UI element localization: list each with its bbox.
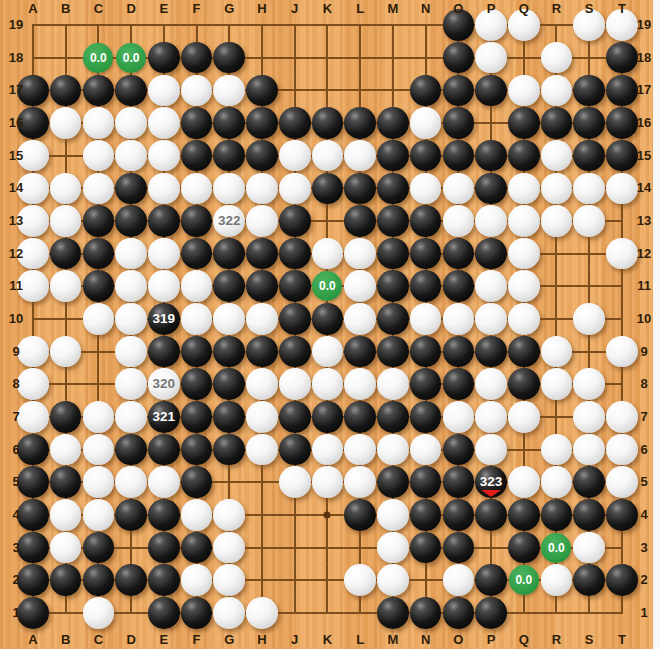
- board-point-C12[interactable]: [82, 237, 115, 270]
- board-point-K1[interactable]: [311, 597, 344, 630]
- board-point-O6[interactable]: [442, 433, 475, 466]
- board-point-G16[interactable]: [213, 107, 246, 140]
- board-point-J9[interactable]: [278, 335, 311, 368]
- board-point-F10[interactable]: [180, 303, 213, 336]
- board-point-O13[interactable]: [442, 205, 475, 238]
- board-point-L10[interactable]: [344, 303, 377, 336]
- board-point-E4[interactable]: [147, 499, 180, 532]
- board-point-F18[interactable]: [180, 41, 213, 74]
- board-point-P4[interactable]: [475, 499, 508, 532]
- board-point-K6[interactable]: [311, 433, 344, 466]
- board-point-P14[interactable]: [475, 172, 508, 205]
- board-point-L13[interactable]: [344, 205, 377, 238]
- board-point-S18[interactable]: [573, 41, 606, 74]
- board-point-B11[interactable]: [49, 270, 82, 303]
- board-point-J10[interactable]: [278, 303, 311, 336]
- board-point-F13[interactable]: [180, 205, 213, 238]
- board-point-F2[interactable]: [180, 564, 213, 597]
- board-point-L4[interactable]: [344, 499, 377, 532]
- board-point-D12[interactable]: [115, 237, 148, 270]
- board-point-L3[interactable]: [344, 531, 377, 564]
- board-point-M16[interactable]: [377, 107, 410, 140]
- board-point-M5[interactable]: [377, 466, 410, 499]
- board-point-K4[interactable]: [311, 499, 344, 532]
- board-point-N5[interactable]: [409, 466, 442, 499]
- board-point-Q18[interactable]: [507, 41, 540, 74]
- board-point-E11[interactable]: [147, 270, 180, 303]
- board-point-Q10[interactable]: [507, 303, 540, 336]
- board-point-G11[interactable]: [213, 270, 246, 303]
- board-point-R15[interactable]: [540, 139, 573, 172]
- board-point-R17[interactable]: [540, 74, 573, 107]
- board-point-G7[interactable]: [213, 401, 246, 434]
- board-point-K13[interactable]: [311, 205, 344, 238]
- board-point-L18[interactable]: [344, 41, 377, 74]
- board-point-D17[interactable]: [115, 74, 148, 107]
- board-point-G18[interactable]: [213, 41, 246, 74]
- board-point-G8[interactable]: [213, 368, 246, 401]
- board-point-G10[interactable]: [213, 303, 246, 336]
- board-point-E14[interactable]: [147, 172, 180, 205]
- board-point-E7[interactable]: 321: [147, 401, 180, 434]
- board-point-Q1[interactable]: [507, 597, 540, 630]
- board-point-H18[interactable]: [246, 41, 279, 74]
- board-point-C5[interactable]: [82, 466, 115, 499]
- board-point-L14[interactable]: [344, 172, 377, 205]
- board-point-O4[interactable]: [442, 499, 475, 532]
- board-point-O15[interactable]: [442, 139, 475, 172]
- board-point-L8[interactable]: [344, 368, 377, 401]
- board-point-L2[interactable]: [344, 564, 377, 597]
- board-point-R16[interactable]: [540, 107, 573, 140]
- board-point-G6[interactable]: [213, 433, 246, 466]
- board-point-O12[interactable]: [442, 237, 475, 270]
- board-point-P11[interactable]: [475, 270, 508, 303]
- board-point-E10[interactable]: 319: [147, 303, 180, 336]
- board-point-R8[interactable]: [540, 368, 573, 401]
- board-point-N10[interactable]: [409, 303, 442, 336]
- board-point-M10[interactable]: [377, 303, 410, 336]
- board-point-S2[interactable]: [573, 564, 606, 597]
- board-point-K17[interactable]: [311, 74, 344, 107]
- board-point-F7[interactable]: [180, 401, 213, 434]
- board-point-M14[interactable]: [377, 172, 410, 205]
- board-point-F17[interactable]: [180, 74, 213, 107]
- board-point-J15[interactable]: [278, 139, 311, 172]
- board-point-P15[interactable]: [475, 139, 508, 172]
- board-point-G2[interactable]: [213, 564, 246, 597]
- board-point-K9[interactable]: [311, 335, 344, 368]
- board-point-H15[interactable]: [246, 139, 279, 172]
- board-point-N7[interactable]: [409, 401, 442, 434]
- board-point-Q6[interactable]: [507, 433, 540, 466]
- board-point-C4[interactable]: [82, 499, 115, 532]
- board-point-E8[interactable]: 320: [147, 368, 180, 401]
- board-point-B17[interactable]: [49, 74, 82, 107]
- board-point-Q17[interactable]: [507, 74, 540, 107]
- board-point-H3[interactable]: [246, 531, 279, 564]
- board-point-M15[interactable]: [377, 139, 410, 172]
- board-point-H9[interactable]: [246, 335, 279, 368]
- board-point-E12[interactable]: [147, 237, 180, 270]
- board-point-M9[interactable]: [377, 335, 410, 368]
- board-point-O9[interactable]: [442, 335, 475, 368]
- board-point-B10[interactable]: [49, 303, 82, 336]
- board-point-N9[interactable]: [409, 335, 442, 368]
- board-point-H16[interactable]: [246, 107, 279, 140]
- board-point-L15[interactable]: [344, 139, 377, 172]
- board-point-F3[interactable]: [180, 531, 213, 564]
- board-point-Q7[interactable]: [507, 401, 540, 434]
- board-point-H11[interactable]: [246, 270, 279, 303]
- board-point-M8[interactable]: [377, 368, 410, 401]
- board-point-S8[interactable]: [573, 368, 606, 401]
- board-point-J3[interactable]: [278, 531, 311, 564]
- board-point-D4[interactable]: [115, 499, 148, 532]
- board-point-R2[interactable]: [540, 564, 573, 597]
- board-point-J11[interactable]: [278, 270, 311, 303]
- board-point-M18[interactable]: [377, 41, 410, 74]
- board-point-R1[interactable]: [540, 597, 573, 630]
- board-point-C15[interactable]: [82, 139, 115, 172]
- board-point-J4[interactable]: [278, 499, 311, 532]
- board-point-O17[interactable]: [442, 74, 475, 107]
- board-point-F16[interactable]: [180, 107, 213, 140]
- board-point-N4[interactable]: [409, 499, 442, 532]
- board-point-M2[interactable]: [377, 564, 410, 597]
- board-point-M4[interactable]: [377, 499, 410, 532]
- board-point-L7[interactable]: [344, 401, 377, 434]
- board-point-P18[interactable]: [475, 41, 508, 74]
- board-point-G9[interactable]: [213, 335, 246, 368]
- board-point-P10[interactable]: [475, 303, 508, 336]
- board-point-H12[interactable]: [246, 237, 279, 270]
- board-point-J14[interactable]: [278, 172, 311, 205]
- board-point-P1[interactable]: [475, 597, 508, 630]
- board-point-R6[interactable]: [540, 433, 573, 466]
- board-point-M13[interactable]: [377, 205, 410, 238]
- board-point-P2[interactable]: [475, 564, 508, 597]
- board-point-O5[interactable]: [442, 466, 475, 499]
- board-point-L6[interactable]: [344, 433, 377, 466]
- board-point-B13[interactable]: [49, 205, 82, 238]
- board-point-H4[interactable]: [246, 499, 279, 532]
- board-point-D9[interactable]: [115, 335, 148, 368]
- board-point-P16[interactable]: [475, 107, 508, 140]
- board-point-C11[interactable]: [82, 270, 115, 303]
- board-point-B2[interactable]: [49, 564, 82, 597]
- board-point-L16[interactable]: [344, 107, 377, 140]
- board-point-C2[interactable]: [82, 564, 115, 597]
- board-point-C7[interactable]: [82, 401, 115, 434]
- board-point-J17[interactable]: [278, 74, 311, 107]
- board-point-P9[interactable]: [475, 335, 508, 368]
- board-point-N2[interactable]: [409, 564, 442, 597]
- board-point-N14[interactable]: [409, 172, 442, 205]
- board-point-Q9[interactable]: [507, 335, 540, 368]
- board-point-S1[interactable]: [573, 597, 606, 630]
- board-point-M1[interactable]: [377, 597, 410, 630]
- board-point-G17[interactable]: [213, 74, 246, 107]
- board-point-N18[interactable]: [409, 41, 442, 74]
- board-point-D18[interactable]: 0.0: [115, 41, 148, 74]
- board-point-B15[interactable]: [49, 139, 82, 172]
- board-point-F9[interactable]: [180, 335, 213, 368]
- board-point-H5[interactable]: [246, 466, 279, 499]
- board-point-E18[interactable]: [147, 41, 180, 74]
- board-point-N17[interactable]: [409, 74, 442, 107]
- board-point-S6[interactable]: [573, 433, 606, 466]
- board-point-O8[interactable]: [442, 368, 475, 401]
- board-point-B16[interactable]: [49, 107, 82, 140]
- board-point-S15[interactable]: [573, 139, 606, 172]
- board-point-F5[interactable]: [180, 466, 213, 499]
- board-point-K16[interactable]: [311, 107, 344, 140]
- board-point-K18[interactable]: [311, 41, 344, 74]
- board-point-S14[interactable]: [573, 172, 606, 205]
- board-point-H8[interactable]: [246, 368, 279, 401]
- board-point-P17[interactable]: [475, 74, 508, 107]
- board-point-K10[interactable]: [311, 303, 344, 336]
- board-point-F6[interactable]: [180, 433, 213, 466]
- board-point-M3[interactable]: [377, 531, 410, 564]
- board-point-O18[interactable]: [442, 41, 475, 74]
- board-point-K8[interactable]: [311, 368, 344, 401]
- board-point-G5[interactable]: [213, 466, 246, 499]
- board-point-B12[interactable]: [49, 237, 82, 270]
- board-point-F8[interactable]: [180, 368, 213, 401]
- board-point-C16[interactable]: [82, 107, 115, 140]
- board-point-C13[interactable]: [82, 205, 115, 238]
- board-point-J16[interactable]: [278, 107, 311, 140]
- board-point-D11[interactable]: [115, 270, 148, 303]
- board-point-O1[interactable]: [442, 597, 475, 630]
- board-point-P7[interactable]: [475, 401, 508, 434]
- board-point-C10[interactable]: [82, 303, 115, 336]
- board-point-R4[interactable]: [540, 499, 573, 532]
- board-point-F15[interactable]: [180, 139, 213, 172]
- board-point-B7[interactable]: [49, 401, 82, 434]
- board-point-D13[interactable]: [115, 205, 148, 238]
- board-point-B8[interactable]: [49, 368, 82, 401]
- board-point-S11[interactable]: [573, 270, 606, 303]
- board-point-E2[interactable]: [147, 564, 180, 597]
- board-point-B4[interactable]: [49, 499, 82, 532]
- board-point-H13[interactable]: [246, 205, 279, 238]
- board-point-K7[interactable]: [311, 401, 344, 434]
- board-point-E1[interactable]: [147, 597, 180, 630]
- board-point-E9[interactable]: [147, 335, 180, 368]
- board-point-B6[interactable]: [49, 433, 82, 466]
- board-point-J7[interactable]: [278, 401, 311, 434]
- board-point-M17[interactable]: [377, 74, 410, 107]
- board-point-C3[interactable]: [82, 531, 115, 564]
- board-point-D15[interactable]: [115, 139, 148, 172]
- board-point-H1[interactable]: [246, 597, 279, 630]
- board-point-S12[interactable]: [573, 237, 606, 270]
- board-point-Q5[interactable]: [507, 466, 540, 499]
- board-point-K2[interactable]: [311, 564, 344, 597]
- board-point-J18[interactable]: [278, 41, 311, 74]
- board-point-N1[interactable]: [409, 597, 442, 630]
- board-point-J8[interactable]: [278, 368, 311, 401]
- board-point-B3[interactable]: [49, 531, 82, 564]
- board-point-Q12[interactable]: [507, 237, 540, 270]
- board-point-N15[interactable]: [409, 139, 442, 172]
- board-point-Q13[interactable]: [507, 205, 540, 238]
- board-point-Q4[interactable]: [507, 499, 540, 532]
- board-point-L9[interactable]: [344, 335, 377, 368]
- board-point-Q16[interactable]: [507, 107, 540, 140]
- board-point-M11[interactable]: [377, 270, 410, 303]
- board-point-F14[interactable]: [180, 172, 213, 205]
- board-point-N16[interactable]: [409, 107, 442, 140]
- board-point-J2[interactable]: [278, 564, 311, 597]
- board-point-P6[interactable]: [475, 433, 508, 466]
- board-point-N11[interactable]: [409, 270, 442, 303]
- board-point-K5[interactable]: [311, 466, 344, 499]
- board-point-N13[interactable]: [409, 205, 442, 238]
- board-point-B1[interactable]: [49, 597, 82, 630]
- board-point-S3[interactable]: [573, 531, 606, 564]
- board-point-E13[interactable]: [147, 205, 180, 238]
- board-point-B18[interactable]: [49, 41, 82, 74]
- board-point-J1[interactable]: [278, 597, 311, 630]
- board-point-O16[interactable]: [442, 107, 475, 140]
- board-point-J13[interactable]: [278, 205, 311, 238]
- board-point-D3[interactable]: [115, 531, 148, 564]
- board-point-N8[interactable]: [409, 368, 442, 401]
- board-point-Q11[interactable]: [507, 270, 540, 303]
- board-point-H7[interactable]: [246, 401, 279, 434]
- board-point-F11[interactable]: [180, 270, 213, 303]
- board-point-K14[interactable]: [311, 172, 344, 205]
- board-point-B5[interactable]: [49, 466, 82, 499]
- board-point-R7[interactable]: [540, 401, 573, 434]
- board-point-P13[interactable]: [475, 205, 508, 238]
- board-point-R10[interactable]: [540, 303, 573, 336]
- board-point-O7[interactable]: [442, 401, 475, 434]
- board-point-C18[interactable]: 0.0: [82, 41, 115, 74]
- board-point-O2[interactable]: [442, 564, 475, 597]
- board-point-R9[interactable]: [540, 335, 573, 368]
- board-point-S9[interactable]: [573, 335, 606, 368]
- board-point-G3[interactable]: [213, 531, 246, 564]
- board-point-N3[interactable]: [409, 531, 442, 564]
- board-point-P8[interactable]: [475, 368, 508, 401]
- board-point-Q14[interactable]: [507, 172, 540, 205]
- board-point-C8[interactable]: [82, 368, 115, 401]
- board-point-H6[interactable]: [246, 433, 279, 466]
- board-point-S10[interactable]: [573, 303, 606, 336]
- board-point-C6[interactable]: [82, 433, 115, 466]
- board-point-N6[interactable]: [409, 433, 442, 466]
- board-point-C17[interactable]: [82, 74, 115, 107]
- board-point-H10[interactable]: [246, 303, 279, 336]
- board-point-G14[interactable]: [213, 172, 246, 205]
- board-point-K11[interactable]: 0.0: [311, 270, 344, 303]
- board-point-L17[interactable]: [344, 74, 377, 107]
- board-point-P5[interactable]: 323: [475, 466, 508, 499]
- board-point-D5[interactable]: [115, 466, 148, 499]
- board-point-G15[interactable]: [213, 139, 246, 172]
- board-point-Q2[interactable]: 0.0: [507, 564, 540, 597]
- board-point-D7[interactable]: [115, 401, 148, 434]
- board-point-D2[interactable]: [115, 564, 148, 597]
- board-point-C9[interactable]: [82, 335, 115, 368]
- board-point-E16[interactable]: [147, 107, 180, 140]
- board-point-G4[interactable]: [213, 499, 246, 532]
- board-point-H17[interactable]: [246, 74, 279, 107]
- board-point-O10[interactable]: [442, 303, 475, 336]
- board-point-C1[interactable]: [82, 597, 115, 630]
- board-point-R14[interactable]: [540, 172, 573, 205]
- board-point-O14[interactable]: [442, 172, 475, 205]
- board-point-F12[interactable]: [180, 237, 213, 270]
- board-point-S16[interactable]: [573, 107, 606, 140]
- board-point-R18[interactable]: [540, 41, 573, 74]
- board-point-C14[interactable]: [82, 172, 115, 205]
- board-point-S13[interactable]: [573, 205, 606, 238]
- board-point-E6[interactable]: [147, 433, 180, 466]
- board-point-L12[interactable]: [344, 237, 377, 270]
- board-point-L11[interactable]: [344, 270, 377, 303]
- board-point-O11[interactable]: [442, 270, 475, 303]
- board-point-D16[interactable]: [115, 107, 148, 140]
- board-point-P12[interactable]: [475, 237, 508, 270]
- board-point-F1[interactable]: [180, 597, 213, 630]
- board-point-K3[interactable]: [311, 531, 344, 564]
- board-point-Q15[interactable]: [507, 139, 540, 172]
- board-point-K12[interactable]: [311, 237, 344, 270]
- board-point-G1[interactable]: [213, 597, 246, 630]
- board-point-S5[interactable]: [573, 466, 606, 499]
- board-point-D10[interactable]: [115, 303, 148, 336]
- board-point-R12[interactable]: [540, 237, 573, 270]
- board-point-J6[interactable]: [278, 433, 311, 466]
- board-point-D14[interactable]: [115, 172, 148, 205]
- board-point-E5[interactable]: [147, 466, 180, 499]
- board-point-S7[interactable]: [573, 401, 606, 434]
- board-point-R5[interactable]: [540, 466, 573, 499]
- board-point-E3[interactable]: [147, 531, 180, 564]
- board-point-M6[interactable]: [377, 433, 410, 466]
- board-point-G13[interactable]: 322: [213, 205, 246, 238]
- board-point-Q8[interactable]: [507, 368, 540, 401]
- board-point-H14[interactable]: [246, 172, 279, 205]
- board-point-B9[interactable]: [49, 335, 82, 368]
- board-point-M7[interactable]: [377, 401, 410, 434]
- board-point-D8[interactable]: [115, 368, 148, 401]
- board-point-S17[interactable]: [573, 74, 606, 107]
- board-point-P3[interactable]: [475, 531, 508, 564]
- board-point-N12[interactable]: [409, 237, 442, 270]
- board-point-H2[interactable]: [246, 564, 279, 597]
- board-point-L1[interactable]: [344, 597, 377, 630]
- board-point-O3[interactable]: [442, 531, 475, 564]
- board-point-E15[interactable]: [147, 139, 180, 172]
- board-point-D6[interactable]: [115, 433, 148, 466]
- board-point-B14[interactable]: [49, 172, 82, 205]
- board-point-G12[interactable]: [213, 237, 246, 270]
- board-point-D1[interactable]: [115, 597, 148, 630]
- board-point-M12[interactable]: [377, 237, 410, 270]
- board-point-S4[interactable]: [573, 499, 606, 532]
- board-point-R3[interactable]: 0.0: [540, 531, 573, 564]
- board-point-R11[interactable]: [540, 270, 573, 303]
- board-point-J12[interactable]: [278, 237, 311, 270]
- board-point-R13[interactable]: [540, 205, 573, 238]
